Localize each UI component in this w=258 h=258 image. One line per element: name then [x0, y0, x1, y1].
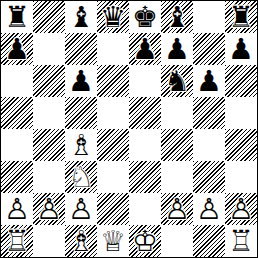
square-e1[interactable]: ♚♔ — [129, 225, 161, 257]
square-d1[interactable]: ♛♕ — [97, 225, 129, 257]
square-b5[interactable] — [33, 97, 65, 129]
square-e6[interactable] — [129, 65, 161, 97]
piece-white-pawn: ♟♙ — [65, 193, 97, 225]
piece-black-pawn: ♟ — [161, 33, 193, 65]
piece-black-pawn-icon: ♟ — [193, 65, 225, 97]
piece-white-pawn: ♟♙ — [225, 193, 257, 225]
square-f7[interactable]: ♟ — [161, 33, 193, 65]
square-e3[interactable] — [129, 161, 161, 193]
piece-white-pawn: ♟♙ — [193, 193, 225, 225]
square-e7[interactable]: ♟ — [129, 33, 161, 65]
square-f4[interactable] — [161, 129, 193, 161]
piece-white-pawn-icon: ♙ — [225, 193, 257, 225]
piece-white-king-icon: ♔ — [129, 225, 161, 257]
square-c4[interactable]: ♝♗ — [65, 129, 97, 161]
square-c7[interactable] — [65, 33, 97, 65]
square-a1[interactable]: ♜♖ — [1, 225, 33, 257]
square-c8[interactable]: ♝ — [65, 1, 97, 33]
square-g3[interactable] — [193, 161, 225, 193]
chessboard: ♜♝♛♚♝♜♟♟♟♟♟♞♟♝♗♞♘♟♙♟♙♟♙♟♙♟♙♟♙♜♖♝♗♛♕♚♔♜♖ — [1, 1, 257, 257]
piece-black-pawn-icon: ♟ — [225, 33, 257, 65]
square-b2[interactable]: ♟♙ — [33, 193, 65, 225]
piece-black-knight: ♞ — [161, 65, 193, 97]
piece-black-king-icon: ♚ — [129, 1, 161, 33]
piece-white-pawn: ♟♙ — [161, 193, 193, 225]
piece-black-rook: ♜ — [1, 1, 33, 33]
piece-black-pawn-icon: ♟ — [65, 65, 97, 97]
piece-white-pawn-icon: ♙ — [193, 193, 225, 225]
square-a8[interactable]: ♜ — [1, 1, 33, 33]
piece-white-queen: ♛♕ — [97, 225, 129, 257]
square-c6[interactable]: ♟ — [65, 65, 97, 97]
piece-black-queen: ♛ — [97, 1, 129, 33]
piece-white-pawn-icon: ♙ — [33, 193, 65, 225]
square-c5[interactable] — [65, 97, 97, 129]
square-b1[interactable] — [33, 225, 65, 257]
piece-black-queen-icon: ♛ — [97, 1, 129, 33]
piece-white-queen-icon: ♕ — [97, 225, 129, 257]
square-a5[interactable] — [1, 97, 33, 129]
piece-white-rook-icon: ♖ — [225, 225, 257, 257]
piece-white-pawn-icon: ♙ — [1, 193, 33, 225]
piece-white-rook: ♜♖ — [225, 225, 257, 257]
square-e2[interactable] — [129, 193, 161, 225]
square-a2[interactable]: ♟♙ — [1, 193, 33, 225]
square-g4[interactable] — [193, 129, 225, 161]
square-a4[interactable] — [1, 129, 33, 161]
piece-black-rook-icon: ♜ — [1, 1, 33, 33]
square-e8[interactable]: ♚ — [129, 1, 161, 33]
piece-white-knight: ♞♘ — [65, 161, 97, 193]
piece-white-knight-icon: ♘ — [65, 161, 97, 193]
piece-white-bishop: ♝♗ — [65, 129, 97, 161]
square-f5[interactable] — [161, 97, 193, 129]
square-d4[interactable] — [97, 129, 129, 161]
piece-black-rook-icon: ♜ — [225, 1, 257, 33]
square-b6[interactable] — [33, 65, 65, 97]
square-g8[interactable] — [193, 1, 225, 33]
square-c2[interactable]: ♟♙ — [65, 193, 97, 225]
square-d7[interactable] — [97, 33, 129, 65]
piece-black-bishop: ♝ — [161, 1, 193, 33]
piece-white-king: ♚♔ — [129, 225, 161, 257]
square-d8[interactable]: ♛ — [97, 1, 129, 33]
piece-black-pawn: ♟ — [193, 65, 225, 97]
chess-diagram: ♜♝♛♚♝♜♟♟♟♟♟♞♟♝♗♞♘♟♙♟♙♟♙♟♙♟♙♟♙♜♖♝♗♛♕♚♔♜♖ — [0, 0, 258, 258]
square-g1[interactable] — [193, 225, 225, 257]
square-d2[interactable] — [97, 193, 129, 225]
square-b8[interactable] — [33, 1, 65, 33]
square-h7[interactable]: ♟ — [225, 33, 257, 65]
square-h4[interactable] — [225, 129, 257, 161]
square-d5[interactable] — [97, 97, 129, 129]
square-a6[interactable] — [1, 65, 33, 97]
piece-black-pawn: ♟ — [1, 33, 33, 65]
piece-white-pawn: ♟♙ — [1, 193, 33, 225]
square-f1[interactable] — [161, 225, 193, 257]
piece-black-king: ♚ — [129, 1, 161, 33]
piece-white-pawn-icon: ♙ — [65, 193, 97, 225]
square-f2[interactable]: ♟♙ — [161, 193, 193, 225]
piece-black-pawn: ♟ — [225, 33, 257, 65]
piece-white-bishop-icon: ♗ — [65, 129, 97, 161]
square-h1[interactable]: ♜♖ — [225, 225, 257, 257]
piece-black-pawn: ♟ — [129, 33, 161, 65]
square-d3[interactable] — [97, 161, 129, 193]
square-e4[interactable] — [129, 129, 161, 161]
piece-black-bishop: ♝ — [65, 1, 97, 33]
square-b4[interactable] — [33, 129, 65, 161]
square-g7[interactable] — [193, 33, 225, 65]
piece-black-pawn: ♟ — [65, 65, 97, 97]
square-h2[interactable]: ♟♙ — [225, 193, 257, 225]
piece-black-knight-icon: ♞ — [161, 65, 193, 97]
square-h3[interactable] — [225, 161, 257, 193]
piece-black-bishop-icon: ♝ — [65, 1, 97, 33]
square-g6[interactable]: ♟ — [193, 65, 225, 97]
piece-white-pawn-icon: ♙ — [161, 193, 193, 225]
square-g5[interactable] — [193, 97, 225, 129]
square-c1[interactable]: ♝♗ — [65, 225, 97, 257]
square-d6[interactable] — [97, 65, 129, 97]
square-b7[interactable] — [33, 33, 65, 65]
square-g2[interactable]: ♟♙ — [193, 193, 225, 225]
square-f8[interactable]: ♝ — [161, 1, 193, 33]
piece-white-rook: ♜♖ — [1, 225, 33, 257]
square-c3[interactable]: ♞♘ — [65, 161, 97, 193]
square-h6[interactable] — [225, 65, 257, 97]
square-h8[interactable]: ♜ — [225, 1, 257, 33]
piece-black-rook: ♜ — [225, 1, 257, 33]
piece-black-pawn-icon: ♟ — [1, 33, 33, 65]
piece-white-bishop: ♝♗ — [65, 225, 97, 257]
piece-black-bishop-icon: ♝ — [161, 1, 193, 33]
piece-white-pawn: ♟♙ — [33, 193, 65, 225]
piece-black-pawn-icon: ♟ — [129, 33, 161, 65]
piece-black-pawn-icon: ♟ — [161, 33, 193, 65]
square-b3[interactable] — [33, 161, 65, 193]
square-f6[interactable]: ♞ — [161, 65, 193, 97]
square-f3[interactable] — [161, 161, 193, 193]
square-h5[interactable] — [225, 97, 257, 129]
piece-white-rook-icon: ♖ — [1, 225, 33, 257]
square-e5[interactable] — [129, 97, 161, 129]
square-a7[interactable]: ♟ — [1, 33, 33, 65]
square-a3[interactable] — [1, 161, 33, 193]
piece-white-bishop-icon: ♗ — [65, 225, 97, 257]
